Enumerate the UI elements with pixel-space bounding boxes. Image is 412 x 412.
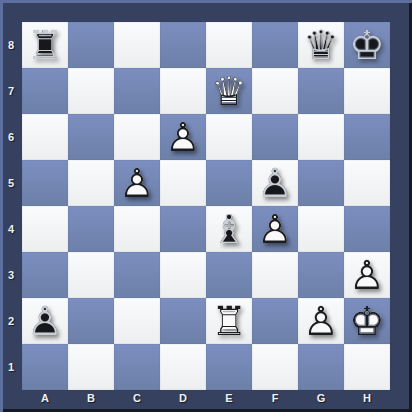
square-h7[interactable] <box>344 68 390 114</box>
square-g3[interactable] <box>298 252 344 298</box>
square-f1[interactable] <box>252 344 298 390</box>
square-e4[interactable]: ♝♗ <box>206 206 252 252</box>
rank-label-3: 3 <box>0 252 22 298</box>
square-e3[interactable] <box>206 252 252 298</box>
piece-glyph-outline: ♗ <box>206 206 252 252</box>
piece-white-pawn[interactable]: ♟♙ <box>160 114 206 160</box>
square-d4[interactable] <box>160 206 206 252</box>
square-a3[interactable] <box>22 252 68 298</box>
square-h4[interactable] <box>344 206 390 252</box>
file-label-a: A <box>22 390 68 407</box>
piece-white-pawn[interactable]: ♟♙ <box>114 160 160 206</box>
square-b4[interactable] <box>68 206 114 252</box>
square-c8[interactable] <box>114 22 160 68</box>
square-h6[interactable] <box>344 114 390 160</box>
piece-glyph-outline: ♙ <box>252 206 298 252</box>
square-b6[interactable] <box>68 114 114 160</box>
square-e2[interactable]: ♜♖ <box>206 298 252 344</box>
square-e6[interactable] <box>206 114 252 160</box>
square-g7[interactable] <box>298 68 344 114</box>
square-a1[interactable] <box>22 344 68 390</box>
file-label-e: E <box>206 390 252 407</box>
square-d5[interactable] <box>160 160 206 206</box>
piece-glyph-outline: ♕ <box>298 22 344 68</box>
square-c2[interactable] <box>114 298 160 344</box>
square-c6[interactable] <box>114 114 160 160</box>
rank-label-7: 7 <box>0 68 22 114</box>
file-label-b: B <box>68 390 114 407</box>
square-d3[interactable] <box>160 252 206 298</box>
square-c3[interactable] <box>114 252 160 298</box>
piece-glyph-outline: ♖ <box>206 298 252 344</box>
piece-glyph-outline: ♙ <box>160 114 206 160</box>
rank-label-2: 2 <box>0 298 22 344</box>
rank-label-4: 4 <box>0 206 22 252</box>
square-g2[interactable]: ♟♙ <box>298 298 344 344</box>
piece-black-queen[interactable]: ♛♕ <box>298 22 344 68</box>
file-label-d: D <box>160 390 206 407</box>
square-f3[interactable] <box>252 252 298 298</box>
piece-white-pawn[interactable]: ♟♙ <box>344 252 390 298</box>
square-b3[interactable] <box>68 252 114 298</box>
piece-white-pawn[interactable]: ♟♙ <box>252 206 298 252</box>
piece-white-pawn[interactable]: ♟♙ <box>298 298 344 344</box>
piece-white-queen[interactable]: ♛♕ <box>206 68 252 114</box>
square-a4[interactable] <box>22 206 68 252</box>
square-b5[interactable] <box>68 160 114 206</box>
square-e5[interactable] <box>206 160 252 206</box>
square-e8[interactable] <box>206 22 252 68</box>
file-label-f: F <box>252 390 298 407</box>
square-d7[interactable] <box>160 68 206 114</box>
square-h1[interactable] <box>344 344 390 390</box>
square-d6[interactable]: ♟♙ <box>160 114 206 160</box>
square-g4[interactable] <box>298 206 344 252</box>
square-f2[interactable] <box>252 298 298 344</box>
piece-glyph-outline: ♙ <box>344 252 390 298</box>
square-b1[interactable] <box>68 344 114 390</box>
square-d2[interactable] <box>160 298 206 344</box>
piece-white-king[interactable]: ♚♔ <box>344 298 390 344</box>
square-b8[interactable] <box>68 22 114 68</box>
rank-label-5: 5 <box>0 160 22 206</box>
piece-glyph-outline: ♙ <box>114 160 160 206</box>
square-d8[interactable] <box>160 22 206 68</box>
square-f7[interactable] <box>252 68 298 114</box>
square-h8[interactable]: ♚♔ <box>344 22 390 68</box>
square-c4[interactable] <box>114 206 160 252</box>
square-a6[interactable] <box>22 114 68 160</box>
square-f8[interactable] <box>252 22 298 68</box>
square-g5[interactable] <box>298 160 344 206</box>
file-label-h: H <box>344 390 390 407</box>
square-b7[interactable] <box>68 68 114 114</box>
rank-label-8: 8 <box>0 22 22 68</box>
square-a2[interactable]: ♟♙ <box>22 298 68 344</box>
square-h2[interactable]: ♚♔ <box>344 298 390 344</box>
piece-glyph-outline: ♔ <box>344 298 390 344</box>
square-c5[interactable]: ♟♙ <box>114 160 160 206</box>
square-c1[interactable] <box>114 344 160 390</box>
square-f4[interactable]: ♟♙ <box>252 206 298 252</box>
piece-glyph-outline: ♙ <box>252 160 298 206</box>
square-a5[interactable] <box>22 160 68 206</box>
piece-black-pawn[interactable]: ♟♙ <box>252 160 298 206</box>
square-a7[interactable] <box>22 68 68 114</box>
square-b2[interactable] <box>68 298 114 344</box>
piece-glyph-outline: ♖ <box>22 22 68 68</box>
square-f6[interactable] <box>252 114 298 160</box>
file-label-g: G <box>298 390 344 407</box>
piece-black-bishop[interactable]: ♝♗ <box>206 206 252 252</box>
square-g1[interactable] <box>298 344 344 390</box>
square-g6[interactable] <box>298 114 344 160</box>
square-d1[interactable] <box>160 344 206 390</box>
rank-label-1: 1 <box>0 344 22 390</box>
square-h3[interactable]: ♟♙ <box>344 252 390 298</box>
rank-label-6: 6 <box>0 114 22 160</box>
square-e1[interactable] <box>206 344 252 390</box>
piece-black-king[interactable]: ♚♔ <box>344 22 390 68</box>
piece-black-rook[interactable]: ♜♖ <box>22 22 68 68</box>
square-e7[interactable]: ♛♕ <box>206 68 252 114</box>
square-c7[interactable] <box>114 68 160 114</box>
piece-glyph-outline: ♕ <box>206 68 252 114</box>
piece-glyph-outline: ♙ <box>298 298 344 344</box>
square-a8[interactable]: ♜♖ <box>22 22 68 68</box>
square-f5[interactable]: ♟♙ <box>252 160 298 206</box>
square-h5[interactable] <box>344 160 390 206</box>
piece-glyph-outline: ♙ <box>22 298 68 344</box>
square-g8[interactable]: ♛♕ <box>298 22 344 68</box>
chess-board: ♜♖♛♕♚♔♛♕♟♙♟♙♟♙♝♗♟♙♟♙♟♙♜♖♟♙♚♔ <box>22 22 390 390</box>
piece-white-rook[interactable]: ♜♖ <box>206 298 252 344</box>
piece-glyph-outline: ♔ <box>344 22 390 68</box>
piece-black-pawn[interactable]: ♟♙ <box>22 298 68 344</box>
chess-board-frame: ♜♖♛♕♚♔♛♕♟♙♟♙♟♙♝♗♟♙♟♙♟♙♜♖♟♙♚♔ 87654321 AB… <box>0 0 412 412</box>
file-label-c: C <box>114 390 160 407</box>
